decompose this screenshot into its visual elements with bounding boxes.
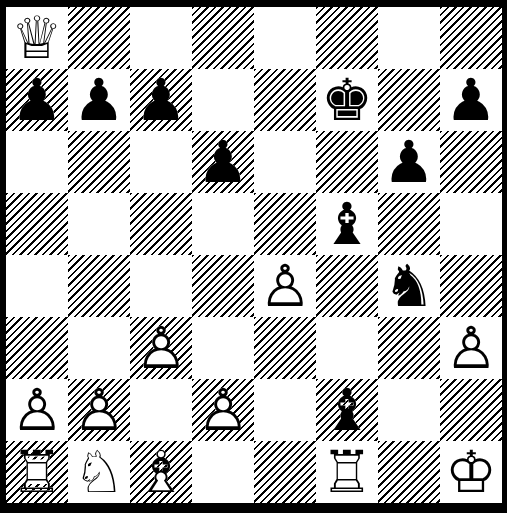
black-pawn-piece: ♟♟ <box>192 131 254 193</box>
square-f6[interactable] <box>316 131 378 193</box>
square-h7[interactable]: ♟♟ <box>440 69 502 131</box>
black-bishop-glyph: ♝ <box>316 193 378 255</box>
square-g5[interactable] <box>378 193 440 255</box>
black-pawn-glyph: ♟ <box>192 131 254 193</box>
white-queen-piece: ♛♕ <box>6 7 68 69</box>
square-e8[interactable] <box>254 7 316 69</box>
square-d4[interactable] <box>192 255 254 317</box>
square-d5[interactable] <box>192 193 254 255</box>
white-pawn-glyph: ♙ <box>130 317 192 379</box>
black-pawn-glyph: ♟ <box>378 131 440 193</box>
square-b5[interactable] <box>68 193 130 255</box>
black-pawn-glyph: ♟ <box>130 69 192 131</box>
white-queen-glyph: ♕ <box>6 7 68 69</box>
square-e2[interactable] <box>254 379 316 441</box>
square-h8[interactable] <box>440 7 502 69</box>
square-g8[interactable] <box>378 7 440 69</box>
white-king-glyph: ♔ <box>440 441 502 503</box>
square-b1[interactable]: ♞♘ <box>68 441 130 503</box>
white-rook-piece: ♜♖ <box>316 441 378 503</box>
square-f7[interactable]: ♚♚ <box>316 69 378 131</box>
square-b7[interactable]: ♟♟ <box>68 69 130 131</box>
square-c3[interactable]: ♟♙ <box>130 317 192 379</box>
square-c8[interactable] <box>130 7 192 69</box>
white-pawn-piece: ♟♙ <box>130 317 192 379</box>
black-pawn-glyph: ♟ <box>440 69 502 131</box>
square-h1[interactable]: ♚♔ <box>440 441 502 503</box>
diagram-frame: ♛♕♟♟♟♟♟♟♚♚♟♟♟♟♟♟♝♝♟♙♞♞♟♙♟♙♟♙♟♙♟♙♝♝♜♖♞♘♝♗… <box>0 0 507 513</box>
white-rook-glyph: ♖ <box>6 441 68 503</box>
square-h4[interactable] <box>440 255 502 317</box>
square-a4[interactable] <box>6 255 68 317</box>
square-e1[interactable] <box>254 441 316 503</box>
black-pawn-piece: ♟♟ <box>440 69 502 131</box>
white-bishop-glyph: ♗ <box>130 441 192 503</box>
square-g2[interactable] <box>378 379 440 441</box>
black-knight-piece: ♞♞ <box>378 255 440 317</box>
square-d2[interactable]: ♟♙ <box>192 379 254 441</box>
white-pawn-piece: ♟♙ <box>68 379 130 441</box>
white-king-piece: ♚♔ <box>440 441 502 503</box>
square-g4[interactable]: ♞♞ <box>378 255 440 317</box>
square-b8[interactable] <box>68 7 130 69</box>
black-knight-glyph: ♞ <box>378 255 440 317</box>
square-e5[interactable] <box>254 193 316 255</box>
black-king-piece: ♚♚ <box>316 69 378 131</box>
square-a1[interactable]: ♜♖ <box>6 441 68 503</box>
black-pawn-piece: ♟♟ <box>130 69 192 131</box>
square-g3[interactable] <box>378 317 440 379</box>
square-g6[interactable]: ♟♟ <box>378 131 440 193</box>
square-a6[interactable] <box>6 131 68 193</box>
square-f5[interactable]: ♝♝ <box>316 193 378 255</box>
square-d6[interactable]: ♟♟ <box>192 131 254 193</box>
square-d3[interactable] <box>192 317 254 379</box>
square-g1[interactable] <box>378 441 440 503</box>
square-f3[interactable] <box>316 317 378 379</box>
black-bishop-piece: ♝♝ <box>316 379 378 441</box>
white-rook-glyph: ♖ <box>316 441 378 503</box>
square-f1[interactable]: ♜♖ <box>316 441 378 503</box>
black-pawn-glyph: ♟ <box>6 69 68 131</box>
white-rook-piece: ♜♖ <box>6 441 68 503</box>
square-c2[interactable] <box>130 379 192 441</box>
square-d1[interactable] <box>192 441 254 503</box>
white-knight-piece: ♞♘ <box>68 441 130 503</box>
white-pawn-glyph: ♙ <box>192 379 254 441</box>
square-f8[interactable] <box>316 7 378 69</box>
square-d7[interactable] <box>192 69 254 131</box>
white-pawn-glyph: ♙ <box>68 379 130 441</box>
black-bishop-glyph: ♝ <box>316 379 378 441</box>
square-a8[interactable]: ♛♕ <box>6 7 68 69</box>
white-pawn-glyph: ♙ <box>6 379 68 441</box>
square-e3[interactable] <box>254 317 316 379</box>
square-h6[interactable] <box>440 131 502 193</box>
black-bishop-piece: ♝♝ <box>316 193 378 255</box>
square-b2[interactable]: ♟♙ <box>68 379 130 441</box>
square-f4[interactable] <box>316 255 378 317</box>
square-c6[interactable] <box>130 131 192 193</box>
white-pawn-piece: ♟♙ <box>6 379 68 441</box>
square-c7[interactable]: ♟♟ <box>130 69 192 131</box>
square-h2[interactable] <box>440 379 502 441</box>
square-b4[interactable] <box>68 255 130 317</box>
white-bishop-piece: ♝♗ <box>130 441 192 503</box>
square-g7[interactable] <box>378 69 440 131</box>
square-h3[interactable]: ♟♙ <box>440 317 502 379</box>
black-pawn-piece: ♟♟ <box>6 69 68 131</box>
square-e6[interactable] <box>254 131 316 193</box>
square-h5[interactable] <box>440 193 502 255</box>
white-knight-glyph: ♘ <box>68 441 130 503</box>
square-c5[interactable] <box>130 193 192 255</box>
white-pawn-piece: ♟♙ <box>254 255 316 317</box>
square-c1[interactable]: ♝♗ <box>130 441 192 503</box>
white-pawn-piece: ♟♙ <box>440 317 502 379</box>
black-pawn-piece: ♟♟ <box>378 131 440 193</box>
chess-board: ♛♕♟♟♟♟♟♟♚♚♟♟♟♟♟♟♝♝♟♙♞♞♟♙♟♙♟♙♟♙♟♙♝♝♜♖♞♘♝♗… <box>6 7 502 503</box>
square-b6[interactable] <box>68 131 130 193</box>
square-f2[interactable]: ♝♝ <box>316 379 378 441</box>
white-pawn-glyph: ♙ <box>440 317 502 379</box>
square-c4[interactable] <box>130 255 192 317</box>
square-a2[interactable]: ♟♙ <box>6 379 68 441</box>
square-e7[interactable] <box>254 69 316 131</box>
white-pawn-glyph: ♙ <box>254 255 316 317</box>
square-a7[interactable]: ♟♟ <box>6 69 68 131</box>
black-pawn-piece: ♟♟ <box>68 69 130 131</box>
square-b3[interactable] <box>68 317 130 379</box>
black-king-glyph: ♚ <box>316 69 378 131</box>
square-a5[interactable] <box>6 193 68 255</box>
square-e4[interactable]: ♟♙ <box>254 255 316 317</box>
square-d8[interactable] <box>192 7 254 69</box>
white-pawn-piece: ♟♙ <box>192 379 254 441</box>
square-a3[interactable] <box>6 317 68 379</box>
black-pawn-glyph: ♟ <box>68 69 130 131</box>
